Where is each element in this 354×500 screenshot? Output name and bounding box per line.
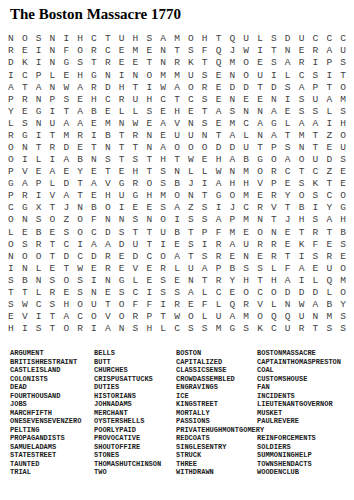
- grid-cell[interactable]: J: [281, 214, 295, 226]
- grid-cell[interactable]: E: [46, 263, 60, 275]
- grid-cell[interactable]: N: [267, 93, 281, 105]
- grid-cell[interactable]: R: [308, 226, 322, 238]
- grid-cell[interactable]: F: [87, 214, 101, 226]
- grid-cell[interactable]: Y: [322, 202, 336, 214]
- grid-cell[interactable]: L: [46, 178, 60, 190]
- grid-cell[interactable]: B: [295, 202, 309, 214]
- grid-cell[interactable]: E: [18, 226, 32, 238]
- grid-cell[interactable]: E: [184, 105, 198, 117]
- grid-cell[interactable]: T: [129, 142, 143, 154]
- grid-cell[interactable]: P: [32, 178, 46, 190]
- grid-cell[interactable]: T: [322, 178, 336, 190]
- grid-cell[interactable]: N: [225, 166, 239, 178]
- grid-cell[interactable]: S: [281, 142, 295, 154]
- grid-cell[interactable]: L: [32, 154, 46, 166]
- grid-cell[interactable]: N: [142, 214, 156, 226]
- grid-cell[interactable]: S: [156, 275, 170, 287]
- grid-cell[interactable]: E: [18, 105, 32, 117]
- grid-cell[interactable]: N: [32, 93, 46, 105]
- grid-cell[interactable]: A: [18, 178, 32, 190]
- grid-cell[interactable]: S: [198, 214, 212, 226]
- grid-cell[interactable]: L: [212, 299, 226, 311]
- grid-cell[interactable]: L: [129, 275, 143, 287]
- grid-cell[interactable]: G: [212, 190, 226, 202]
- grid-cell[interactable]: O: [295, 190, 309, 202]
- grid-cell[interactable]: T: [267, 45, 281, 57]
- grid-cell[interactable]: R: [170, 299, 184, 311]
- grid-cell[interactable]: S: [46, 299, 60, 311]
- grid-cell[interactable]: N: [142, 142, 156, 154]
- grid-cell[interactable]: R: [129, 311, 143, 323]
- grid-cell[interactable]: H: [142, 323, 156, 335]
- grid-cell[interactable]: R: [46, 287, 60, 299]
- grid-cell[interactable]: T: [46, 238, 60, 250]
- grid-cell[interactable]: C: [170, 323, 184, 335]
- grid-cell[interactable]: T: [46, 202, 60, 214]
- grid-cell[interactable]: U: [115, 33, 129, 45]
- grid-cell[interactable]: M: [336, 93, 350, 105]
- grid-cell[interactable]: O: [4, 238, 18, 250]
- grid-cell[interactable]: D: [281, 287, 295, 299]
- grid-cell[interactable]: P: [46, 93, 60, 105]
- grid-cell[interactable]: N: [142, 130, 156, 142]
- grid-cell[interactable]: N: [184, 118, 198, 130]
- grid-cell[interactable]: E: [308, 263, 322, 275]
- grid-cell[interactable]: V: [170, 118, 184, 130]
- grid-cell[interactable]: A: [212, 105, 226, 117]
- grid-cell[interactable]: L: [4, 226, 18, 238]
- grid-cell[interactable]: R: [322, 250, 336, 262]
- grid-cell[interactable]: N: [18, 214, 32, 226]
- grid-cell[interactable]: R: [101, 57, 115, 69]
- grid-cell[interactable]: F: [281, 263, 295, 275]
- grid-cell[interactable]: A: [308, 299, 322, 311]
- grid-cell[interactable]: S: [129, 323, 143, 335]
- grid-cell[interactable]: C: [101, 93, 115, 105]
- grid-cell[interactable]: E: [281, 105, 295, 117]
- grid-cell[interactable]: I: [322, 69, 336, 81]
- grid-cell[interactable]: V: [101, 178, 115, 190]
- grid-cell[interactable]: S: [198, 69, 212, 81]
- grid-cell[interactable]: I: [142, 287, 156, 299]
- grid-cell[interactable]: S: [308, 214, 322, 226]
- grid-cell[interactable]: C: [239, 202, 253, 214]
- grid-cell[interactable]: B: [322, 299, 336, 311]
- grid-cell[interactable]: H: [101, 190, 115, 202]
- grid-cell[interactable]: B: [170, 226, 184, 238]
- grid-cell[interactable]: T: [18, 81, 32, 93]
- grid-cell[interactable]: B: [170, 178, 184, 190]
- grid-cell[interactable]: A: [225, 130, 239, 142]
- grid-cell[interactable]: O: [170, 190, 184, 202]
- grid-cell[interactable]: C: [322, 33, 336, 45]
- grid-cell[interactable]: H: [129, 166, 143, 178]
- grid-cell[interactable]: S: [295, 105, 309, 117]
- grid-cell[interactable]: P: [267, 178, 281, 190]
- grid-cell[interactable]: R: [212, 275, 226, 287]
- grid-cell[interactable]: B: [225, 263, 239, 275]
- grid-cell[interactable]: U: [184, 130, 198, 142]
- grid-cell[interactable]: L: [46, 69, 60, 81]
- grid-cell[interactable]: T: [46, 130, 60, 142]
- grid-cell[interactable]: C: [267, 323, 281, 335]
- grid-cell[interactable]: O: [336, 130, 350, 142]
- grid-cell[interactable]: O: [73, 45, 87, 57]
- grid-cell[interactable]: S: [129, 154, 143, 166]
- grid-cell[interactable]: A: [101, 238, 115, 250]
- grid-cell[interactable]: T: [170, 45, 184, 57]
- grid-cell[interactable]: E: [322, 238, 336, 250]
- grid-cell[interactable]: H: [336, 214, 350, 226]
- grid-cell[interactable]: E: [336, 250, 350, 262]
- grid-cell[interactable]: T: [322, 226, 336, 238]
- grid-cell[interactable]: M: [101, 118, 115, 130]
- grid-cell[interactable]: M: [322, 311, 336, 323]
- grid-cell[interactable]: B: [87, 202, 101, 214]
- grid-cell[interactable]: O: [253, 311, 267, 323]
- grid-cell[interactable]: U: [129, 93, 143, 105]
- grid-cell[interactable]: E: [142, 263, 156, 275]
- grid-cell[interactable]: T: [73, 178, 87, 190]
- grid-cell[interactable]: D: [101, 226, 115, 238]
- grid-cell[interactable]: M: [239, 214, 253, 226]
- grid-cell[interactable]: S: [129, 214, 143, 226]
- grid-cell[interactable]: I: [32, 45, 46, 57]
- grid-cell[interactable]: S: [32, 323, 46, 335]
- grid-cell[interactable]: S: [59, 226, 73, 238]
- grid-cell[interactable]: I: [142, 81, 156, 93]
- grid-cell[interactable]: T: [170, 93, 184, 105]
- grid-cell[interactable]: R: [308, 45, 322, 57]
- grid-cell[interactable]: T: [32, 142, 46, 154]
- grid-cell[interactable]: C: [73, 311, 87, 323]
- grid-cell[interactable]: T: [101, 299, 115, 311]
- grid-cell[interactable]: H: [212, 154, 226, 166]
- grid-cell[interactable]: A: [225, 311, 239, 323]
- grid-cell[interactable]: I: [308, 57, 322, 69]
- grid-cell[interactable]: B: [32, 226, 46, 238]
- grid-cell[interactable]: C: [212, 287, 226, 299]
- grid-cell[interactable]: X: [32, 202, 46, 214]
- grid-cell[interactable]: E: [73, 93, 87, 105]
- grid-cell[interactable]: M: [239, 311, 253, 323]
- grid-cell[interactable]: N: [308, 311, 322, 323]
- grid-cell[interactable]: A: [156, 142, 170, 154]
- grid-cell[interactable]: I: [32, 130, 46, 142]
- grid-cell[interactable]: V: [253, 178, 267, 190]
- grid-cell[interactable]: H: [73, 33, 87, 45]
- grid-cell[interactable]: A: [295, 263, 309, 275]
- grid-cell[interactable]: E: [170, 275, 184, 287]
- grid-cell[interactable]: T: [253, 81, 267, 93]
- grid-cell[interactable]: D: [267, 81, 281, 93]
- grid-cell[interactable]: H: [156, 154, 170, 166]
- grid-cell[interactable]: L: [198, 287, 212, 299]
- grid-cell[interactable]: T: [281, 130, 295, 142]
- grid-cell[interactable]: T: [198, 105, 212, 117]
- grid-cell[interactable]: J: [225, 45, 239, 57]
- grid-cell[interactable]: T: [142, 238, 156, 250]
- grid-cell[interactable]: T: [101, 33, 115, 45]
- grid-cell[interactable]: S: [18, 118, 32, 130]
- grid-cell[interactable]: I: [87, 323, 101, 335]
- grid-cell[interactable]: S: [281, 81, 295, 93]
- grid-cell[interactable]: N: [32, 118, 46, 130]
- grid-cell[interactable]: M: [239, 166, 253, 178]
- grid-cell[interactable]: D: [308, 287, 322, 299]
- grid-cell[interactable]: J: [225, 202, 239, 214]
- grid-cell[interactable]: G: [253, 154, 267, 166]
- grid-cell[interactable]: N: [253, 130, 267, 142]
- grid-cell[interactable]: T: [308, 130, 322, 142]
- grid-cell[interactable]: E: [184, 299, 198, 311]
- grid-cell[interactable]: T: [253, 275, 267, 287]
- grid-cell[interactable]: D: [59, 250, 73, 262]
- grid-cell[interactable]: K: [253, 323, 267, 335]
- grid-cell[interactable]: E: [336, 166, 350, 178]
- grid-cell[interactable]: I: [295, 250, 309, 262]
- grid-cell[interactable]: T: [115, 142, 129, 154]
- grid-cell[interactable]: R: [4, 45, 18, 57]
- grid-cell[interactable]: A: [212, 178, 226, 190]
- grid-cell[interactable]: S: [142, 33, 156, 45]
- grid-cell[interactable]: T: [322, 81, 336, 93]
- grid-cell[interactable]: T: [142, 226, 156, 238]
- grid-cell[interactable]: S: [32, 214, 46, 226]
- grid-cell[interactable]: P: [308, 81, 322, 93]
- grid-cell[interactable]: O: [170, 142, 184, 154]
- grid-cell[interactable]: W: [18, 299, 32, 311]
- grid-cell[interactable]: G: [18, 202, 32, 214]
- grid-cell[interactable]: L: [267, 299, 281, 311]
- grid-cell[interactable]: T: [59, 105, 73, 117]
- grid-cell[interactable]: D: [87, 250, 101, 262]
- grid-cell[interactable]: R: [129, 178, 143, 190]
- grid-cell[interactable]: U: [184, 263, 198, 275]
- grid-cell[interactable]: C: [308, 33, 322, 45]
- grid-cell[interactable]: N: [101, 214, 115, 226]
- grid-cell[interactable]: G: [4, 178, 18, 190]
- grid-cell[interactable]: S: [170, 287, 184, 299]
- grid-cell[interactable]: A: [281, 154, 295, 166]
- grid-cell[interactable]: O: [267, 287, 281, 299]
- grid-cell[interactable]: D: [225, 142, 239, 154]
- grid-cell[interactable]: N: [4, 250, 18, 262]
- grid-cell[interactable]: N: [129, 69, 143, 81]
- grid-cell[interactable]: V: [253, 299, 267, 311]
- grid-cell[interactable]: B: [101, 130, 115, 142]
- grid-cell[interactable]: L: [32, 287, 46, 299]
- grid-cell[interactable]: Q: [225, 299, 239, 311]
- grid-cell[interactable]: T: [253, 142, 267, 154]
- grid-cell[interactable]: R: [18, 190, 32, 202]
- grid-cell[interactable]: H: [115, 81, 129, 93]
- grid-cell[interactable]: N: [32, 275, 46, 287]
- grid-cell[interactable]: R: [18, 93, 32, 105]
- grid-cell[interactable]: N: [101, 275, 115, 287]
- grid-cell[interactable]: H: [225, 178, 239, 190]
- grid-cell[interactable]: T: [46, 323, 60, 335]
- grid-cell[interactable]: Y: [281, 190, 295, 202]
- grid-cell[interactable]: H: [142, 93, 156, 105]
- grid-cell[interactable]: O: [87, 311, 101, 323]
- grid-cell[interactable]: O: [253, 226, 267, 238]
- grid-cell[interactable]: W: [239, 45, 253, 57]
- grid-cell[interactable]: A: [156, 118, 170, 130]
- grid-cell[interactable]: A: [101, 323, 115, 335]
- grid-cell[interactable]: U: [295, 311, 309, 323]
- grid-cell[interactable]: R: [156, 263, 170, 275]
- grid-cell[interactable]: O: [184, 81, 198, 93]
- grid-cell[interactable]: P: [142, 311, 156, 323]
- grid-cell[interactable]: O: [101, 202, 115, 214]
- grid-cell[interactable]: S: [184, 214, 198, 226]
- grid-cell[interactable]: S: [336, 105, 350, 117]
- grid-cell[interactable]: R: [239, 299, 253, 311]
- grid-cell[interactable]: E: [281, 178, 295, 190]
- grid-cell[interactable]: R: [267, 238, 281, 250]
- grid-cell[interactable]: I: [281, 93, 295, 105]
- grid-cell[interactable]: O: [239, 69, 253, 81]
- grid-cell[interactable]: P: [322, 57, 336, 69]
- grid-cell[interactable]: S: [184, 45, 198, 57]
- grid-cell[interactable]: D: [322, 154, 336, 166]
- grid-cell[interactable]: E: [142, 275, 156, 287]
- grid-cell[interactable]: H: [239, 275, 253, 287]
- grid-cell[interactable]: O: [295, 154, 309, 166]
- grid-cell[interactable]: M: [129, 45, 143, 57]
- grid-cell[interactable]: R: [198, 81, 212, 93]
- grid-cell[interactable]: I: [198, 178, 212, 190]
- grid-cell[interactable]: B: [336, 226, 350, 238]
- grid-cell[interactable]: O: [336, 81, 350, 93]
- grid-cell[interactable]: H: [129, 33, 143, 45]
- grid-cell[interactable]: T: [184, 250, 198, 262]
- grid-cell[interactable]: A: [225, 238, 239, 250]
- grid-cell[interactable]: M: [239, 190, 253, 202]
- grid-cell[interactable]: T: [281, 202, 295, 214]
- grid-cell[interactable]: Q: [322, 275, 336, 287]
- grid-cell[interactable]: F: [212, 226, 226, 238]
- grid-cell[interactable]: N: [253, 105, 267, 117]
- grid-cell[interactable]: O: [4, 214, 18, 226]
- grid-cell[interactable]: Q: [267, 311, 281, 323]
- grid-cell[interactable]: A: [73, 118, 87, 130]
- grid-cell[interactable]: E: [170, 238, 184, 250]
- grid-cell[interactable]: I: [4, 263, 18, 275]
- grid-cell[interactable]: A: [73, 81, 87, 93]
- grid-cell[interactable]: K: [18, 57, 32, 69]
- grid-cell[interactable]: G: [32, 105, 46, 117]
- grid-cell[interactable]: O: [4, 154, 18, 166]
- grid-cell[interactable]: G: [87, 69, 101, 81]
- grid-cell[interactable]: A: [59, 154, 73, 166]
- grid-cell[interactable]: I: [87, 275, 101, 287]
- grid-cell[interactable]: L: [156, 323, 170, 335]
- grid-cell[interactable]: S: [295, 178, 309, 190]
- grid-cell[interactable]: U: [129, 238, 143, 250]
- grid-cell[interactable]: D: [101, 81, 115, 93]
- grid-cell[interactable]: P: [225, 214, 239, 226]
- grid-cell[interactable]: N: [239, 250, 253, 262]
- grid-cell[interactable]: J: [184, 178, 198, 190]
- grid-cell[interactable]: L: [253, 33, 267, 45]
- grid-cell[interactable]: E: [281, 238, 295, 250]
- grid-cell[interactable]: U: [281, 323, 295, 335]
- grid-cell[interactable]: L: [239, 130, 253, 142]
- grid-cell[interactable]: E: [59, 69, 73, 81]
- grid-cell[interactable]: I: [198, 238, 212, 250]
- grid-cell[interactable]: Y: [4, 105, 18, 117]
- grid-cell[interactable]: T: [59, 263, 73, 275]
- grid-cell[interactable]: S: [336, 323, 350, 335]
- grid-cell[interactable]: O: [184, 311, 198, 323]
- grid-cell[interactable]: N: [115, 214, 129, 226]
- grid-cell[interactable]: C: [295, 69, 309, 81]
- grid-cell[interactable]: S: [142, 105, 156, 117]
- grid-cell[interactable]: N: [4, 33, 18, 45]
- grid-cell[interactable]: C: [87, 226, 101, 238]
- grid-cell[interactable]: I: [115, 202, 129, 214]
- grid-cell[interactable]: S: [18, 238, 32, 250]
- grid-cell[interactable]: R: [32, 238, 46, 250]
- grid-cell[interactable]: N: [115, 323, 129, 335]
- grid-cell[interactable]: R: [73, 130, 87, 142]
- grid-cell[interactable]: N: [184, 190, 198, 202]
- grid-cell[interactable]: S: [336, 57, 350, 69]
- grid-cell[interactable]: R: [4, 130, 18, 142]
- grid-cell[interactable]: A: [322, 45, 336, 57]
- grid-cell[interactable]: N: [156, 57, 170, 69]
- grid-cell[interactable]: E: [59, 166, 73, 178]
- grid-cell[interactable]: S: [59, 93, 73, 105]
- grid-cell[interactable]: M: [295, 130, 309, 142]
- grid-cell[interactable]: S: [198, 93, 212, 105]
- grid-cell[interactable]: Z: [184, 202, 198, 214]
- grid-cell[interactable]: N: [225, 93, 239, 105]
- grid-cell[interactable]: C: [308, 166, 322, 178]
- grid-cell[interactable]: W: [73, 263, 87, 275]
- grid-cell[interactable]: T: [336, 69, 350, 81]
- grid-cell[interactable]: E: [115, 45, 129, 57]
- grid-cell[interactable]: M: [170, 33, 184, 45]
- grid-cell[interactable]: T: [212, 130, 226, 142]
- grid-cell[interactable]: C: [32, 299, 46, 311]
- grid-cell[interactable]: W: [212, 166, 226, 178]
- grid-cell[interactable]: B: [73, 154, 87, 166]
- grid-cell[interactable]: U: [239, 238, 253, 250]
- grid-cell[interactable]: O: [18, 250, 32, 262]
- grid-cell[interactable]: I: [4, 69, 18, 81]
- grid-cell[interactable]: T: [18, 287, 32, 299]
- grid-cell[interactable]: L: [322, 287, 336, 299]
- grid-cell[interactable]: A: [253, 118, 267, 130]
- grid-cell[interactable]: E: [142, 202, 156, 214]
- grid-cell[interactable]: H: [142, 190, 156, 202]
- grid-cell[interactable]: S: [253, 263, 267, 275]
- grid-cell[interactable]: L: [198, 311, 212, 323]
- grid-cell[interactable]: Z: [59, 214, 73, 226]
- grid-cell[interactable]: O: [198, 142, 212, 154]
- grid-cell[interactable]: A: [59, 311, 73, 323]
- grid-cell[interactable]: T: [295, 166, 309, 178]
- grid-cell[interactable]: L: [129, 105, 143, 117]
- grid-cell[interactable]: F: [129, 299, 143, 311]
- grid-cell[interactable]: E: [87, 263, 101, 275]
- grid-cell[interactable]: R: [101, 250, 115, 262]
- grid-cell[interactable]: S: [115, 226, 129, 238]
- grid-cell[interactable]: T: [87, 142, 101, 154]
